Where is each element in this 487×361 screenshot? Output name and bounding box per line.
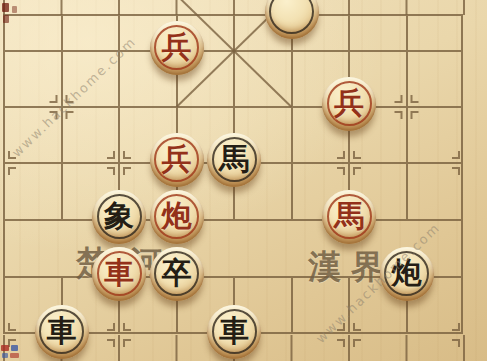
piece-black-chariot[interactable]: 車 (35, 305, 89, 359)
board-cell-f0-r4[interactable] (3, 219, 61, 276)
piece-red-soldier[interactable]: 兵 (150, 21, 204, 75)
piece-character: 兵 (150, 132, 204, 186)
piece-red-horse[interactable]: 馬 (322, 190, 376, 244)
xiangqi-board-screenshot: 楚河 漢界 兵兵兵馬象炮馬車卒炮車車 www.hackhome.com www.… (0, 0, 487, 361)
piece-black-horse[interactable]: 馬 (207, 133, 261, 187)
piece-character (265, 0, 319, 38)
board-cell-f7-r0[interactable] (406, 14, 464, 50)
piece-character: 車 (92, 246, 146, 300)
logo-fragment-bottom-left (0, 343, 28, 361)
piece-character: 炮 (150, 189, 204, 243)
piece-red-soldier[interactable]: 兵 (322, 77, 376, 131)
piece-character: 卒 (150, 246, 204, 300)
logo-fragment-top-left (0, 0, 24, 32)
board-cell-f1-r2[interactable] (61, 106, 119, 162)
piece-black-elephant[interactable]: 象 (92, 190, 146, 244)
board-cell-f4-r1[interactable] (233, 50, 291, 106)
piece-red-soldier[interactable]: 兵 (150, 133, 204, 187)
board-cell-f1-r0[interactable] (61, 14, 119, 50)
piece-black-soldier[interactable]: 卒 (150, 247, 204, 301)
piece-character: 車 (207, 304, 261, 358)
board-cell-f7-r3[interactable] (406, 162, 464, 219)
piece-character: 車 (35, 304, 89, 358)
piece-black-chariot[interactable]: 車 (207, 305, 261, 359)
piece-character: 兵 (322, 76, 376, 130)
board-cell-f7-r2[interactable] (406, 106, 464, 162)
board-cell-f0-r1[interactable] (3, 50, 61, 106)
piece-character: 兵 (150, 20, 204, 74)
board-cell-f7-r1[interactable] (406, 50, 464, 106)
piece-unknown-piece-cut-off[interactable] (265, 0, 319, 39)
piece-character: 馬 (322, 189, 376, 243)
board-cell-f6-r0[interactable] (348, 14, 406, 50)
piece-red-cannon[interactable]: 炮 (150, 190, 204, 244)
piece-character: 象 (92, 189, 146, 243)
piece-character: 馬 (207, 132, 261, 186)
board-cell-f4-r4[interactable] (233, 219, 291, 276)
board-cell-f0-r3[interactable] (3, 162, 61, 219)
piece-red-chariot[interactable]: 車 (92, 247, 146, 301)
